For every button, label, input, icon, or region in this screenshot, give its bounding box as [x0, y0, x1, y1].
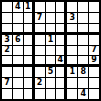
- sudoku-cell-empty[interactable]: [2, 24, 12, 34]
- sudoku-cell-empty[interactable]: [67, 78, 77, 88]
- sudoku-cell-empty[interactable]: [35, 2, 45, 12]
- sudoku-cell-empty[interactable]: [78, 13, 88, 23]
- sudoku-cell-empty[interactable]: [35, 56, 45, 66]
- sudoku-cell-empty[interactable]: [24, 56, 34, 66]
- sudoku-cell-empty[interactable]: [56, 2, 66, 12]
- sudoku-cell-given: 1: [67, 67, 77, 77]
- sudoku-cell-empty[interactable]: [13, 24, 23, 34]
- sudoku-cell-given: 4: [78, 89, 88, 99]
- sudoku-cell-empty[interactable]: [56, 78, 66, 88]
- sudoku-cell-empty[interactable]: [35, 89, 45, 99]
- sudoku-cell-empty[interactable]: [2, 89, 12, 99]
- sudoku-cell-empty[interactable]: [46, 2, 56, 12]
- sudoku-cell-empty[interactable]: [24, 89, 34, 99]
- sudoku-cell-empty[interactable]: [89, 78, 99, 88]
- sudoku-cell-empty[interactable]: [46, 89, 56, 99]
- sudoku-cell-empty[interactable]: [13, 13, 23, 23]
- sudoku-cell-given: 3: [67, 13, 77, 23]
- sudoku-cell-given: 1: [24, 2, 34, 12]
- sudoku-cell-empty[interactable]: [24, 46, 34, 56]
- sudoku-cell-empty[interactable]: [24, 13, 34, 23]
- sudoku-cell-empty[interactable]: [24, 67, 34, 77]
- sudoku-cell-empty[interactable]: [67, 89, 77, 99]
- sudoku-cell-empty[interactable]: [13, 46, 23, 56]
- sudoku-cell-empty[interactable]: [46, 24, 56, 34]
- sudoku-cell-given: 7: [35, 13, 45, 23]
- sudoku-cell-given: 7: [2, 78, 12, 88]
- sudoku-cell-empty[interactable]: [35, 35, 45, 45]
- sudoku-cell-given: 3: [2, 35, 12, 45]
- sudoku-cell-empty[interactable]: [13, 67, 23, 77]
- sudoku-cell-empty[interactable]: [56, 89, 66, 99]
- sudoku-cell-empty[interactable]: [46, 46, 56, 56]
- sudoku-cell-empty[interactable]: [24, 24, 34, 34]
- sudoku-cell-empty[interactable]: [35, 67, 45, 77]
- sudoku-cell-empty[interactable]: [13, 56, 23, 66]
- sudoku-cell-empty[interactable]: [24, 78, 34, 88]
- sudoku-cell-empty[interactable]: [78, 2, 88, 12]
- sudoku-cell-empty[interactable]: [13, 78, 23, 88]
- sudoku-cell-empty[interactable]: [56, 13, 66, 23]
- sudoku-cell-given: 6: [13, 35, 23, 45]
- sudoku-cell-empty[interactable]: [35, 46, 45, 56]
- sudoku-cell-empty[interactable]: [2, 2, 12, 12]
- sudoku-cell-given: 1: [46, 35, 56, 45]
- sudoku-cell-empty[interactable]: [46, 78, 56, 88]
- sudoku-cell-empty[interactable]: [56, 67, 66, 77]
- sudoku-cell-empty[interactable]: [78, 35, 88, 45]
- sudoku-cell-empty[interactable]: [78, 24, 88, 34]
- sudoku-cell-given: 5: [46, 67, 56, 77]
- sudoku-cell-empty[interactable]: [13, 89, 23, 99]
- sudoku-cell-empty[interactable]: [78, 46, 88, 56]
- sudoku-cell-empty[interactable]: [2, 56, 12, 66]
- sudoku-cell-given: 2: [35, 78, 45, 88]
- sudoku-cell-empty[interactable]: [89, 24, 99, 34]
- sudoku-cell-empty[interactable]: [46, 13, 56, 23]
- sudoku-cell-given: 7: [89, 46, 99, 56]
- sudoku-cell-empty[interactable]: [2, 13, 12, 23]
- sudoku-cell-empty[interactable]: [67, 35, 77, 45]
- sudoku-cell-empty[interactable]: [78, 56, 88, 66]
- sudoku-cell-empty[interactable]: [89, 89, 99, 99]
- sudoku-board: 41733612749518724: [0, 0, 101, 101]
- sudoku-cell-empty[interactable]: [24, 35, 34, 45]
- sudoku-cell-empty[interactable]: [35, 24, 45, 34]
- sudoku-cell-empty[interactable]: [89, 2, 99, 12]
- sudoku-cell-empty[interactable]: [67, 46, 77, 56]
- sudoku-cell-given: 4: [56, 56, 66, 66]
- sudoku-cell-empty[interactable]: [89, 13, 99, 23]
- sudoku-cell-empty[interactable]: [56, 35, 66, 45]
- sudoku-cell-empty[interactable]: [89, 67, 99, 77]
- sudoku-cell-empty[interactable]: [56, 24, 66, 34]
- sudoku-cell-given: 4: [13, 2, 23, 12]
- sudoku-cell-empty[interactable]: [78, 78, 88, 88]
- sudoku-cell-empty[interactable]: [46, 56, 56, 66]
- sudoku-cell-empty[interactable]: [56, 46, 66, 56]
- sudoku-cell-given: 9: [89, 56, 99, 66]
- sudoku-cell-given: 8: [78, 67, 88, 77]
- sudoku-cell-empty[interactable]: [67, 24, 77, 34]
- sudoku-cell-given: 2: [2, 46, 12, 56]
- sudoku-cell-empty[interactable]: [67, 56, 77, 66]
- sudoku-cell-empty[interactable]: [67, 2, 77, 12]
- sudoku-cell-empty[interactable]: [89, 35, 99, 45]
- sudoku-cell-empty[interactable]: [2, 67, 12, 77]
